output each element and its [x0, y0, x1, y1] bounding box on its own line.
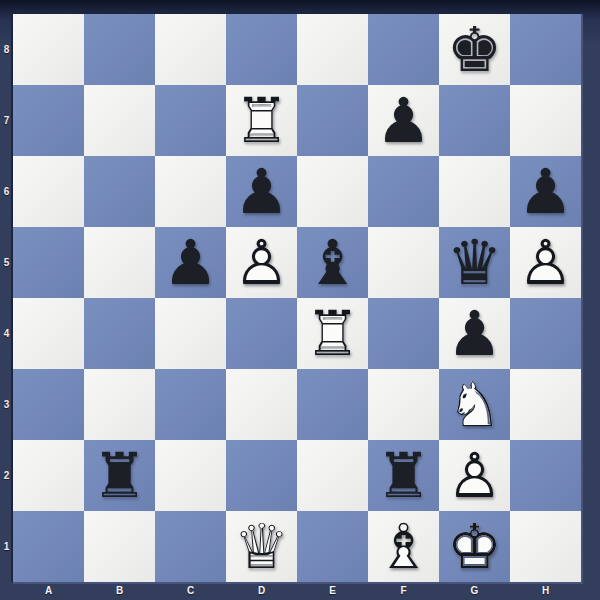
square-g8[interactable]: ♚: [439, 14, 510, 85]
square-e1[interactable]: [297, 511, 368, 582]
square-h7[interactable]: [510, 85, 581, 156]
rank-label-2: 2: [0, 440, 13, 511]
black-queen-glyph: ♛: [439, 227, 510, 298]
square-h3[interactable]: [510, 369, 581, 440]
black-king-glyph: ♚: [439, 14, 510, 85]
black-pawn-glyph: ♟: [439, 298, 510, 369]
file-label-e: E: [297, 582, 368, 600]
white-pawn-outline-glyph: ♙: [439, 440, 510, 511]
white-rook-outline-glyph: ♖: [226, 85, 297, 156]
square-e3[interactable]: [297, 369, 368, 440]
rank-label-6: 6: [0, 156, 13, 227]
square-d6[interactable]: ♟: [226, 156, 297, 227]
square-a5[interactable]: [13, 227, 84, 298]
square-a3[interactable]: [13, 369, 84, 440]
square-g3[interactable]: ♞♘: [439, 369, 510, 440]
square-e7[interactable]: [297, 85, 368, 156]
chess-board: ♚♜♖♟♟♟♟♟♙♝♛♟♙♜♖♟♞♘♜♜♟♙♛♕♝♗♚♔: [13, 14, 581, 582]
square-b5[interactable]: [84, 227, 155, 298]
square-e8[interactable]: [297, 14, 368, 85]
chess-board-frame: ♚♜♖♟♟♟♟♟♙♝♛♟♙♜♖♟♞♘♜♜♟♙♛♕♝♗♚♔ 87654321 AB…: [0, 0, 600, 600]
square-d2[interactable]: [226, 440, 297, 511]
file-label-d: D: [226, 582, 297, 600]
square-c1[interactable]: [155, 511, 226, 582]
piece-black-pawn-c5[interactable]: ♟: [155, 227, 226, 298]
square-f2[interactable]: ♜: [368, 440, 439, 511]
white-bishop-outline-glyph: ♗: [368, 511, 439, 582]
square-c6[interactable]: [155, 156, 226, 227]
square-g6[interactable]: [439, 156, 510, 227]
square-g7[interactable]: [439, 85, 510, 156]
square-f7[interactable]: ♟: [368, 85, 439, 156]
piece-white-rook-e4[interactable]: ♜♖: [297, 298, 368, 369]
square-f1[interactable]: ♝♗: [368, 511, 439, 582]
square-a4[interactable]: [13, 298, 84, 369]
square-h1[interactable]: [510, 511, 581, 582]
file-label-f: F: [368, 582, 439, 600]
square-h2[interactable]: [510, 440, 581, 511]
square-b4[interactable]: [84, 298, 155, 369]
piece-black-pawn-g4[interactable]: ♟: [439, 298, 510, 369]
piece-black-king-g8[interactable]: ♚: [439, 14, 510, 85]
square-d8[interactable]: [226, 14, 297, 85]
square-a1[interactable]: [13, 511, 84, 582]
rank-label-8: 8: [0, 14, 13, 85]
square-h8[interactable]: [510, 14, 581, 85]
square-b1[interactable]: [84, 511, 155, 582]
rank-label-4: 4: [0, 298, 13, 369]
black-pawn-glyph: ♟: [226, 156, 297, 227]
piece-white-pawn-d5[interactable]: ♟♙: [226, 227, 297, 298]
square-e6[interactable]: [297, 156, 368, 227]
white-pawn-outline-glyph: ♙: [226, 227, 297, 298]
black-pawn-glyph: ♟: [368, 85, 439, 156]
file-label-c: C: [155, 582, 226, 600]
square-d5[interactable]: ♟♙: [226, 227, 297, 298]
square-b8[interactable]: [84, 14, 155, 85]
black-pawn-glyph: ♟: [510, 156, 581, 227]
piece-black-queen-g5[interactable]: ♛: [439, 227, 510, 298]
square-f8[interactable]: [368, 14, 439, 85]
black-pawn-glyph: ♟: [155, 227, 226, 298]
piece-white-pawn-g2[interactable]: ♟♙: [439, 440, 510, 511]
square-f3[interactable]: [368, 369, 439, 440]
piece-black-bishop-e5[interactable]: ♝: [297, 227, 368, 298]
square-d4[interactable]: [226, 298, 297, 369]
square-h5[interactable]: ♟♙: [510, 227, 581, 298]
square-c2[interactable]: [155, 440, 226, 511]
square-a7[interactable]: [13, 85, 84, 156]
square-h6[interactable]: ♟: [510, 156, 581, 227]
file-label-a: A: [13, 582, 84, 600]
black-rook-glyph: ♜: [368, 440, 439, 511]
square-b2[interactable]: ♜: [84, 440, 155, 511]
square-e5[interactable]: ♝: [297, 227, 368, 298]
square-b3[interactable]: [84, 369, 155, 440]
piece-white-queen-d1[interactable]: ♛♕: [226, 511, 297, 582]
file-label-g: G: [439, 582, 510, 600]
square-c4[interactable]: [155, 298, 226, 369]
square-a6[interactable]: [13, 156, 84, 227]
square-f5[interactable]: [368, 227, 439, 298]
square-c3[interactable]: [155, 369, 226, 440]
square-c7[interactable]: [155, 85, 226, 156]
rank-label-5: 5: [0, 227, 13, 298]
square-d7[interactable]: ♜♖: [226, 85, 297, 156]
piece-white-pawn-h5[interactable]: ♟♙: [510, 227, 581, 298]
square-b6[interactable]: [84, 156, 155, 227]
white-queen-outline-glyph: ♕: [226, 511, 297, 582]
piece-black-pawn-h6[interactable]: ♟: [510, 156, 581, 227]
square-a2[interactable]: [13, 440, 84, 511]
black-bishop-glyph: ♝: [297, 227, 368, 298]
square-g1[interactable]: ♚♔: [439, 511, 510, 582]
piece-black-pawn-d6[interactable]: ♟: [226, 156, 297, 227]
square-c5[interactable]: ♟: [155, 227, 226, 298]
piece-black-pawn-f7[interactable]: ♟: [368, 85, 439, 156]
square-g5[interactable]: ♛: [439, 227, 510, 298]
piece-white-bishop-f1[interactable]: ♝♗: [368, 511, 439, 582]
rank-label-7: 7: [0, 85, 13, 156]
square-a8[interactable]: [13, 14, 84, 85]
square-b7[interactable]: [84, 85, 155, 156]
white-rook-outline-glyph: ♖: [297, 298, 368, 369]
black-rook-glyph: ♜: [84, 440, 155, 511]
rank-label-3: 3: [0, 369, 13, 440]
square-e4[interactable]: ♜♖: [297, 298, 368, 369]
piece-black-rook-b2[interactable]: ♜: [84, 440, 155, 511]
square-g4[interactable]: ♟: [439, 298, 510, 369]
square-d3[interactable]: [226, 369, 297, 440]
file-label-b: B: [84, 582, 155, 600]
piece-white-king-g1[interactable]: ♚♔: [439, 511, 510, 582]
piece-white-knight-g3[interactable]: ♞♘: [439, 369, 510, 440]
square-e2[interactable]: [297, 440, 368, 511]
white-pawn-outline-glyph: ♙: [510, 227, 581, 298]
square-c8[interactable]: [155, 14, 226, 85]
white-king-outline-glyph: ♔: [439, 511, 510, 582]
piece-black-rook-f2[interactable]: ♜: [368, 440, 439, 511]
square-f4[interactable]: [368, 298, 439, 369]
square-h4[interactable]: [510, 298, 581, 369]
white-knight-outline-glyph: ♘: [439, 369, 510, 440]
square-d1[interactable]: ♛♕: [226, 511, 297, 582]
square-g2[interactable]: ♟♙: [439, 440, 510, 511]
square-f6[interactable]: [368, 156, 439, 227]
rank-label-1: 1: [0, 511, 13, 582]
piece-white-rook-d7[interactable]: ♜♖: [226, 85, 297, 156]
file-label-h: H: [510, 582, 581, 600]
